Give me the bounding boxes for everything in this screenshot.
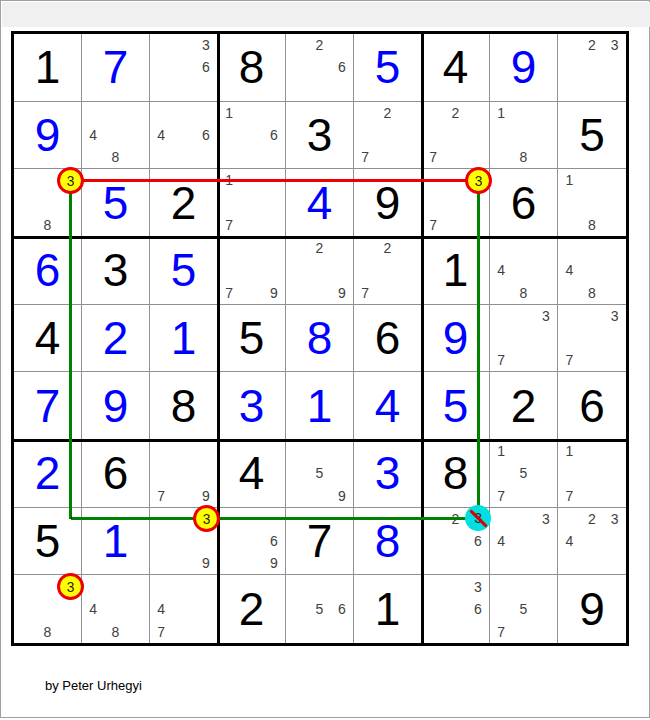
cell-r7c7[interactable]: 8 — [422, 440, 490, 508]
cell-r9c5[interactable]: 56 — [286, 575, 354, 643]
pencil-mark-grid: 79 — [218, 237, 285, 304]
pencil-mark-1 — [150, 575, 172, 598]
pencil-mark-6 — [535, 530, 557, 552]
cell-r2c5[interactable]: 3 — [286, 102, 354, 170]
solved-digit: 9 — [103, 383, 129, 429]
solved-digit: 2 — [35, 450, 61, 496]
pencil-mark-3: 3 — [195, 34, 217, 56]
pencil-mark-grid: 38 — [14, 575, 81, 643]
pencil-mark-2: 2 — [444, 508, 466, 530]
cell-r2c4[interactable]: 16 — [218, 102, 286, 170]
pencil-mark-2 — [512, 508, 534, 530]
pencil-mark-2 — [512, 102, 534, 124]
pencil-mark-1: 1 — [218, 169, 240, 191]
pencil-mark-6: 6 — [467, 530, 489, 552]
pencil-mark-4 — [354, 124, 376, 146]
pencil-mark-5 — [308, 259, 330, 281]
cell-r4c3[interactable]: 5 — [150, 237, 218, 305]
solved-digit: 5 — [171, 247, 197, 293]
pencil-mark-3: 3 — [603, 34, 626, 56]
cell-r1c7[interactable]: 4 — [422, 34, 490, 102]
pencil-mark-9 — [603, 484, 626, 506]
cell-r4c2[interactable]: 3 — [82, 237, 150, 305]
pencil-mark-3 — [331, 237, 353, 259]
pencil-mark-1 — [218, 508, 240, 530]
cell-r8c4[interactable]: 69 — [218, 508, 286, 576]
cell-r4c8[interactable]: 48 — [490, 237, 558, 305]
pencil-mark-5: 5 — [308, 462, 330, 484]
given-digit: 4 — [239, 450, 265, 496]
cell-r9c9[interactable]: 9 — [558, 575, 626, 643]
pencil-mark-2: 2 — [581, 34, 604, 56]
given-digit: 2 — [511, 383, 537, 429]
pencil-mark-grid: 57 — [490, 575, 557, 643]
cell-r7c9[interactable]: 17 — [558, 440, 626, 508]
pencil-mark-grid: 37 — [490, 305, 557, 372]
cell-r6c6[interactable]: 4 — [354, 372, 422, 440]
pencil-mark-5 — [376, 124, 398, 146]
pencil-mark-grid: 37 — [558, 305, 626, 372]
pencil-mark-2 — [104, 575, 126, 598]
sudoku-board: 1736826549239484616327271853852174937618… — [11, 31, 629, 646]
cell-r4c4[interactable]: 79 — [218, 237, 286, 305]
pencil-mark-9 — [467, 146, 489, 168]
pencil-mark-1 — [150, 508, 172, 530]
pencil-mark-6 — [59, 598, 81, 621]
pencil-mark-4 — [150, 462, 172, 484]
pencil-mark-3: 3 — [195, 508, 217, 530]
cell-r3c6[interactable]: 9 — [354, 169, 422, 237]
pencil-mark-3 — [263, 169, 285, 191]
pencil-mark-1 — [558, 237, 581, 259]
given-digit: 6 — [375, 315, 401, 361]
cell-r2c3[interactable]: 46 — [150, 102, 218, 170]
pencil-mark-4 — [218, 530, 240, 552]
pencil-mark-grid: 17 — [558, 440, 626, 507]
pencil-mark-8 — [581, 484, 604, 506]
box-boundary-line — [217, 34, 220, 643]
pencil-mark-9 — [467, 620, 489, 643]
solved-digit: 6 — [35, 247, 61, 293]
pencil-mark-6 — [467, 192, 489, 214]
pencil-mark-8 — [512, 484, 534, 506]
cell-r5c2[interactable]: 2 — [82, 305, 150, 373]
cell-r1c5[interactable]: 26 — [286, 34, 354, 102]
pencil-mark-grid: 23 — [558, 34, 626, 101]
pencil-mark-9 — [603, 349, 626, 371]
pencil-mark-8 — [308, 281, 330, 303]
pencil-mark-8 — [376, 281, 398, 303]
pencil-mark-8: 8 — [512, 146, 534, 168]
pencil-mark-7 — [150, 552, 172, 574]
pencil-mark-3: 3 — [467, 508, 489, 530]
cell-r4c9[interactable]: 48 — [558, 237, 626, 305]
pencil-mark-8 — [581, 552, 604, 574]
cell-r5c8[interactable]: 37 — [490, 305, 558, 373]
pencil-mark-8 — [512, 349, 534, 371]
pencil-mark-1 — [218, 237, 240, 259]
pencil-mark-2: 2 — [308, 34, 330, 56]
solved-digit: 1 — [171, 315, 197, 361]
pencil-mark-9 — [59, 620, 81, 643]
box-boundary-line — [14, 236, 626, 239]
cell-r8c6[interactable]: 8 — [354, 508, 422, 576]
cell-r4c6[interactable]: 27 — [354, 237, 422, 305]
cell-r3c9[interactable]: 18 — [558, 169, 626, 237]
cell-r7c5[interactable]: 59 — [286, 440, 354, 508]
pencil-mark-3 — [331, 34, 353, 56]
pencil-mark-5 — [512, 327, 534, 349]
cell-r8c7[interactable]: 236 — [422, 508, 490, 576]
pencil-mark-7 — [218, 552, 240, 574]
pencil-mark-7 — [490, 552, 512, 574]
cell-r2c8[interactable]: 18 — [490, 102, 558, 170]
pencil-mark-grid: 48 — [490, 237, 557, 304]
solved-digit: 1 — [307, 383, 333, 429]
pencil-mark-6 — [603, 530, 626, 552]
pencil-mark-7 — [82, 146, 104, 168]
pencil-mark-4 — [14, 192, 36, 214]
pencil-mark-1 — [286, 34, 308, 56]
pencil-mark-6 — [535, 462, 557, 484]
cell-r9c1[interactable]: 38 — [14, 575, 82, 643]
pencil-mark-2 — [581, 305, 604, 327]
pencil-mark-2: 2 — [581, 508, 604, 530]
pencil-mark-6: 6 — [195, 56, 217, 78]
given-digit: 6 — [579, 383, 605, 429]
pencil-mark-grid: 37 — [422, 169, 489, 236]
cell-r6c2[interactable]: 9 — [82, 372, 150, 440]
pencil-mark-5: 5 — [512, 462, 534, 484]
cell-r6c3[interactable]: 8 — [150, 372, 218, 440]
pencil-mark-1 — [490, 305, 512, 327]
pencil-mark-6 — [603, 56, 626, 78]
pencil-mark-2 — [240, 102, 262, 124]
pencil-mark-7 — [14, 214, 36, 236]
pencil-mark-8 — [172, 484, 194, 506]
pencil-mark-6 — [331, 259, 353, 281]
cell-r6c5[interactable]: 1 — [286, 372, 354, 440]
cell-r9c3[interactable]: 47 — [150, 575, 218, 643]
pencil-mark-9 — [127, 620, 149, 643]
cell-r6c8[interactable]: 2 — [490, 372, 558, 440]
cell-r5c4[interactable]: 5 — [218, 305, 286, 373]
cell-r9c4[interactable]: 2 — [218, 575, 286, 643]
cell-r4c5[interactable]: 29 — [286, 237, 354, 305]
pencil-mark-3 — [331, 440, 353, 462]
pencil-mark-4 — [286, 56, 308, 78]
pencil-mark-grid: 59 — [286, 440, 353, 507]
pencil-mark-3 — [263, 508, 285, 530]
pencil-mark-7 — [286, 484, 308, 506]
pencil-mark-3 — [399, 102, 421, 124]
pencil-mark-grid: 17 — [218, 169, 285, 236]
pencil-mark-6: 6 — [263, 530, 285, 552]
cell-r7c8[interactable]: 157 — [490, 440, 558, 508]
cell-r9c6[interactable]: 1 — [354, 575, 422, 643]
pencil-mark-8 — [512, 552, 534, 574]
pencil-mark-6: 6 — [467, 598, 489, 621]
pencil-mark-9 — [59, 214, 81, 236]
pencil-mark-6: 6 — [331, 56, 353, 78]
pencil-mark-9: 9 — [331, 281, 353, 303]
pencil-mark-8: 8 — [581, 281, 604, 303]
pencil-mark-8: 8 — [512, 281, 534, 303]
pencil-mark-1 — [14, 575, 36, 598]
pencil-mark-6 — [535, 259, 557, 281]
pencil-mark-9 — [535, 484, 557, 506]
given-digit: 7 — [307, 518, 333, 564]
pencil-mark-9: 9 — [195, 552, 217, 574]
solved-digit: 9 — [511, 44, 537, 90]
pencil-mark-4 — [218, 124, 240, 146]
pencil-mark-8: 8 — [36, 620, 58, 643]
cell-r4c7[interactable]: 1 — [422, 237, 490, 305]
pencil-mark-6 — [331, 462, 353, 484]
cell-r1c9[interactable]: 23 — [558, 34, 626, 102]
cell-r5c5[interactable]: 8 — [286, 305, 354, 373]
pencil-mark-8 — [240, 214, 262, 236]
cell-r7c1[interactable]: 2 — [14, 440, 82, 508]
pencil-mark-6 — [127, 598, 149, 621]
pencil-mark-1 — [490, 237, 512, 259]
pencil-mark-3: 3 — [59, 575, 81, 598]
cell-r6c9[interactable]: 6 — [558, 372, 626, 440]
cell-r3c7[interactable]: 37 — [422, 169, 490, 237]
cell-r2c2[interactable]: 48 — [82, 102, 150, 170]
pencil-mark-2 — [172, 102, 194, 124]
cell-r3c8[interactable]: 6 — [490, 169, 558, 237]
cell-r9c7[interactable]: 36 — [422, 575, 490, 643]
cell-r8c8[interactable]: 34 — [490, 508, 558, 576]
pencil-mark-8 — [444, 146, 466, 168]
cell-r2c1[interactable]: 9 — [14, 102, 82, 170]
pencil-mark-4: 4 — [82, 124, 104, 146]
pencil-mark-2 — [512, 575, 534, 598]
cell-r2c9[interactable]: 5 — [558, 102, 626, 170]
pencil-mark-1 — [558, 34, 581, 56]
pencil-mark-4 — [422, 192, 444, 214]
pencil-mark-8: 8 — [104, 620, 126, 643]
pencil-mark-4 — [354, 259, 376, 281]
pencil-mark-3: 3 — [467, 169, 489, 191]
pencil-mark-1: 1 — [558, 169, 581, 191]
solved-digit: 8 — [307, 315, 333, 361]
pencil-mark-5 — [512, 124, 534, 146]
cell-r7c3[interactable]: 79 — [150, 440, 218, 508]
pencil-mark-3 — [603, 440, 626, 462]
pencil-mark-9 — [535, 281, 557, 303]
pencil-mark-4: 4 — [82, 598, 104, 621]
cell-r6c7[interactable]: 5 — [422, 372, 490, 440]
pencil-mark-7: 7 — [422, 214, 444, 236]
pencil-mark-1 — [558, 508, 581, 530]
pencil-mark-grid: 48 — [558, 237, 626, 304]
pencil-mark-5: 5 — [308, 598, 330, 621]
pencil-mark-7 — [558, 281, 581, 303]
pencil-mark-3: 3 — [59, 169, 81, 191]
solved-digit: 5 — [103, 180, 129, 226]
pencil-mark-5 — [581, 192, 604, 214]
cell-r4c1[interactable]: 6 — [14, 237, 82, 305]
solved-digit: 4 — [375, 383, 401, 429]
pencil-mark-8 — [240, 552, 262, 574]
pencil-mark-grid: 18 — [490, 102, 557, 169]
pencil-mark-8 — [444, 552, 466, 574]
pencil-mark-9 — [603, 78, 626, 100]
cell-r1c6[interactable]: 5 — [354, 34, 422, 102]
pencil-mark-6 — [399, 259, 421, 281]
pencil-mark-5 — [172, 56, 194, 78]
pencil-mark-2 — [308, 575, 330, 598]
pencil-mark-8 — [240, 281, 262, 303]
cell-r8c2[interactable]: 1 — [82, 508, 150, 576]
cell-r5c7[interactable]: 9 — [422, 305, 490, 373]
pencil-mark-6 — [195, 462, 217, 484]
pencil-mark-5 — [581, 259, 604, 281]
solved-digit: 8 — [375, 518, 401, 564]
pencil-mark-8 — [172, 552, 194, 574]
cell-r1c3[interactable]: 36 — [150, 34, 218, 102]
cell-r9c8[interactable]: 57 — [490, 575, 558, 643]
pencil-mark-9 — [603, 552, 626, 574]
window-titlebar — [2, 2, 650, 27]
cell-r1c2[interactable]: 7 — [82, 34, 150, 102]
pencil-mark-grid: 236 — [422, 508, 489, 575]
pencil-mark-3 — [535, 440, 557, 462]
pencil-mark-7 — [558, 78, 581, 100]
pencil-mark-6 — [603, 192, 626, 214]
pencil-mark-1: 1 — [490, 102, 512, 124]
pencil-mark-6 — [195, 530, 217, 552]
cell-r8c9[interactable]: 234 — [558, 508, 626, 576]
pencil-mark-3: 3 — [535, 305, 557, 327]
pencil-mark-grid: 27 — [422, 102, 489, 169]
pencil-mark-5 — [308, 56, 330, 78]
pencil-mark-2 — [512, 237, 534, 259]
pencil-mark-1 — [558, 305, 581, 327]
pencil-mark-4 — [150, 56, 172, 78]
pencil-mark-3 — [331, 575, 353, 598]
pencil-mark-1 — [286, 575, 308, 598]
pencil-mark-3 — [535, 237, 557, 259]
pencil-mark-3: 3 — [603, 508, 626, 530]
pencil-mark-7: 7 — [490, 349, 512, 371]
cell-r5c1[interactable]: 4 — [14, 305, 82, 373]
pencil-mark-7 — [422, 620, 444, 643]
app-window: 1736826549239484616327271853852174937618… — [0, 0, 650, 718]
pencil-mark-7 — [150, 78, 172, 100]
pencil-mark-4 — [490, 124, 512, 146]
pencil-mark-2: 2 — [376, 237, 398, 259]
cell-r5c3[interactable]: 1 — [150, 305, 218, 373]
cell-r3c2[interactable]: 5 — [82, 169, 150, 237]
given-digit: 1 — [375, 586, 401, 632]
cell-r1c1[interactable]: 1 — [14, 34, 82, 102]
pencil-mark-6 — [535, 598, 557, 621]
cell-r3c1[interactable]: 38 — [14, 169, 82, 237]
cell-r7c6[interactable]: 3 — [354, 440, 422, 508]
pencil-mark-1 — [422, 508, 444, 530]
pencil-mark-4 — [150, 530, 172, 552]
pencil-mark-4 — [422, 124, 444, 146]
solved-digit: 3 — [239, 383, 265, 429]
pencil-mark-6 — [127, 124, 149, 146]
box-boundary-line — [421, 34, 424, 643]
pencil-mark-8: 8 — [581, 214, 604, 236]
pencil-mark-grid: 36 — [150, 34, 217, 101]
pencil-mark-grid: 157 — [490, 440, 557, 507]
pencil-mark-6: 6 — [331, 598, 353, 621]
cell-r2c7[interactable]: 27 — [422, 102, 490, 170]
cell-r2c6[interactable]: 27 — [354, 102, 422, 170]
solved-digit: 9 — [35, 112, 61, 158]
pencil-mark-5 — [581, 56, 604, 78]
pencil-mark-5 — [36, 598, 58, 621]
pencil-mark-4 — [558, 192, 581, 214]
given-digit: 4 — [443, 44, 469, 90]
given-digit: 2 — [171, 180, 197, 226]
pencil-mark-9: 9 — [331, 484, 353, 506]
pencil-mark-3 — [535, 575, 557, 598]
cell-r5c9[interactable]: 37 — [558, 305, 626, 373]
pencil-mark-5 — [376, 259, 398, 281]
pencil-mark-grid: 29 — [286, 237, 353, 304]
cell-r3c3[interactable]: 2 — [150, 169, 218, 237]
cell-r3c5[interactable]: 4 — [286, 169, 354, 237]
cell-r5c6[interactable]: 6 — [354, 305, 422, 373]
given-digit: 8 — [171, 383, 197, 429]
cell-r1c8[interactable]: 9 — [490, 34, 558, 102]
cell-r6c1[interactable]: 7 — [14, 372, 82, 440]
cell-r7c4[interactable]: 4 — [218, 440, 286, 508]
pencil-mark-6 — [467, 124, 489, 146]
cell-r1c4[interactable]: 8 — [218, 34, 286, 102]
pencil-mark-1: 1 — [218, 102, 240, 124]
pencil-mark-grid: 47 — [150, 575, 217, 643]
pencil-mark-6 — [603, 327, 626, 349]
pencil-mark-1 — [82, 102, 104, 124]
pencil-mark-1 — [150, 102, 172, 124]
pencil-mark-2 — [172, 440, 194, 462]
cell-r8c3[interactable]: 39 — [150, 508, 218, 576]
pencil-mark-grid: 34 — [490, 508, 557, 575]
cell-r6c4[interactable]: 3 — [218, 372, 286, 440]
pencil-mark-grid: 38 — [14, 169, 81, 236]
pencil-mark-grid: 36 — [422, 575, 489, 643]
pencil-mark-2 — [104, 102, 126, 124]
pencil-mark-5 — [240, 259, 262, 281]
pencil-mark-2: 2 — [308, 237, 330, 259]
solved-digit: 4 — [307, 180, 333, 226]
pencil-mark-3 — [535, 102, 557, 124]
pencil-mark-grid: 18 — [558, 169, 626, 236]
pencil-mark-5 — [172, 462, 194, 484]
cell-r8c5[interactable]: 7 — [286, 508, 354, 576]
cell-r8c1[interactable]: 5 — [14, 508, 82, 576]
cell-r9c2[interactable]: 48 — [82, 575, 150, 643]
pencil-mark-7 — [82, 620, 104, 643]
pencil-mark-7: 7 — [490, 484, 512, 506]
solved-digit: 1 — [103, 518, 129, 564]
pencil-mark-grid: 234 — [558, 508, 626, 575]
cell-r3c4[interactable]: 17 — [218, 169, 286, 237]
pencil-mark-3 — [263, 102, 285, 124]
given-digit: 3 — [103, 247, 129, 293]
cell-r7c2[interactable]: 6 — [82, 440, 150, 508]
pencil-mark-grid: 48 — [82, 575, 149, 643]
pencil-mark-5: 5 — [512, 598, 534, 621]
